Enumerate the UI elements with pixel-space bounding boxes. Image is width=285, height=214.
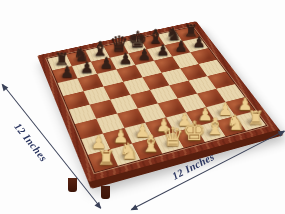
square-a7: ♟ [52,66,77,83]
black-pawn: ♟ [77,60,98,76]
product-photo: ♜♞♝♛♚♝♞♜♟♟♟♟♟♟♟♟♟♟♟♟♟♟♟♟♜♞♝♛♚♝♞♜ 12 Inch… [0,0,285,214]
white-king: ♚ [183,118,206,144]
board-frame: ♜♞♝♛♚♝♞♜♟♟♟♟♟♟♟♟♟♟♟♟♟♟♟♟♜♞♝♛♚♝♞♜ [37,21,279,182]
square-h4 [207,72,235,89]
black-pawn: ♟ [116,51,136,66]
white-bishop: ♝ [139,133,163,157]
black-pawn: ♟ [189,35,209,50]
white-bishop: ♝ [204,116,227,139]
white-rook: ♜ [94,148,118,169]
board-grid: ♜♞♝♛♚♝♞♜♟♟♟♟♟♟♟♟♟♟♟♟♟♟♟♟♜♞♝♛♚♝♞♜ [46,26,267,173]
black-pawn: ♟ [57,64,78,80]
black-pawn: ♟ [171,39,191,54]
black-pawn: ♟ [96,56,116,71]
white-knight: ♞ [224,111,247,133]
black-pawn: ♟ [153,43,173,58]
white-rook: ♜ [245,108,268,127]
white-queen: ♛ [161,125,184,151]
white-knight: ♞ [117,139,141,162]
black-pawn: ♟ [134,47,154,62]
